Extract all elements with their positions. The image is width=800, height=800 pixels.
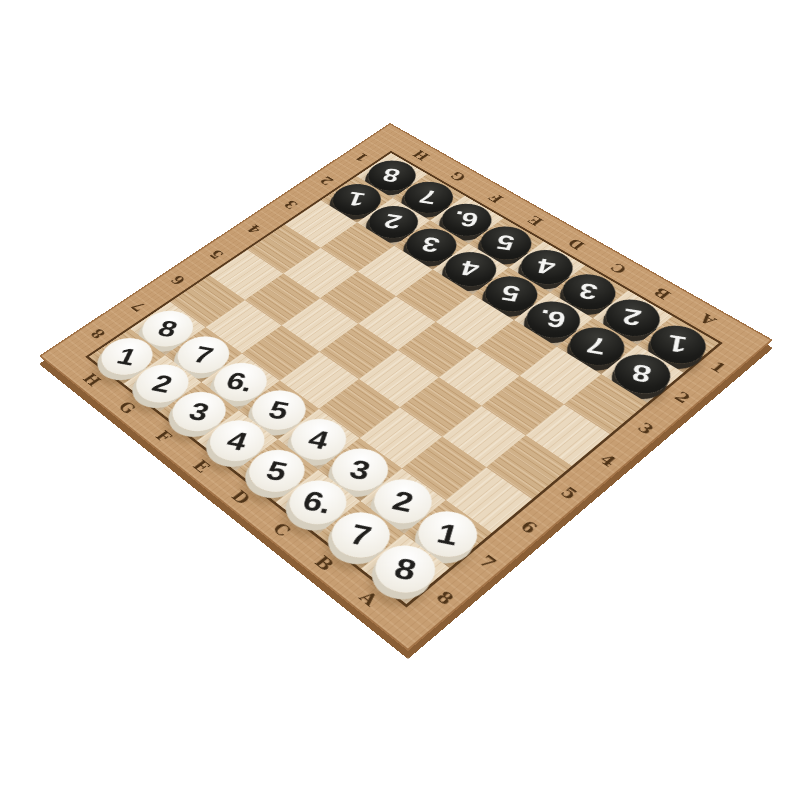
- checker-number: 4: [459, 257, 482, 280]
- checker-number: 5: [266, 396, 292, 423]
- checker-number: 1: [667, 331, 689, 356]
- checker-number: 2: [390, 486, 416, 516]
- checker-number: 8: [381, 165, 403, 185]
- checker-number: 6.: [538, 306, 569, 332]
- checker-number: 5: [263, 456, 290, 484]
- checker-number: 1: [114, 344, 140, 369]
- checker-number: 4: [224, 426, 251, 453]
- checker-number: 3: [186, 398, 213, 424]
- checker-number: 7: [418, 187, 440, 208]
- checker-number: 4: [536, 255, 558, 278]
- checker-number: 7: [347, 519, 374, 550]
- checker-number: 8: [391, 552, 418, 584]
- checker-number: 2: [382, 211, 405, 232]
- checker-number: 8: [155, 316, 181, 340]
- checker-number: 3: [578, 280, 600, 304]
- checker-number: 6.: [452, 208, 481, 231]
- checker-number: 3: [347, 455, 373, 484]
- checker-number: 7: [190, 342, 216, 367]
- checker-number: 3: [420, 234, 443, 256]
- checker-number: 5: [495, 232, 517, 254]
- checker-number: 4: [305, 425, 331, 453]
- checker-number: 8: [631, 360, 654, 386]
- board-squares: 876.54321123456.78876.54321123456.78: [85, 151, 723, 608]
- checker-number: 7: [585, 333, 608, 358]
- checker-number: 1: [345, 189, 367, 210]
- checker-number: 1: [434, 518, 460, 549]
- checker-number: 2: [149, 370, 176, 396]
- checker-number: 6.: [223, 368, 257, 395]
- checkers-board: 876.54321123456.78876.54321123456.78 HH1…: [39, 123, 773, 651]
- checker-number: 5: [500, 282, 523, 306]
- checker-number: 6.: [300, 486, 335, 517]
- checker-number: 2: [621, 305, 643, 330]
- product-photo-scene: 876.54321123456.78876.54321123456.78 HH1…: [0, 0, 800, 800]
